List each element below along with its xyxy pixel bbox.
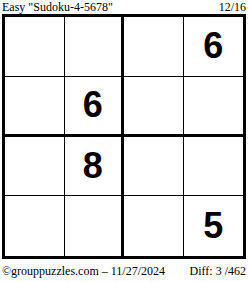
cell-r2c3[interactable] bbox=[124, 77, 184, 137]
copyright-text: ©grouppuzzles.com – 11/27/2024 bbox=[2, 265, 165, 278]
cell-r2c1[interactable] bbox=[5, 77, 65, 137]
difficulty-text: Diff: 3 /462 bbox=[190, 265, 246, 278]
cell-r1c4[interactable]: 6 bbox=[184, 17, 244, 77]
cell-r4c1[interactable] bbox=[5, 196, 65, 256]
header: Easy "Sudoku-4-5678" 12/16 bbox=[0, 0, 248, 14]
cell-r4c2[interactable] bbox=[65, 196, 125, 256]
cell-r3c4[interactable] bbox=[184, 137, 244, 197]
cell-r1c3[interactable] bbox=[124, 17, 184, 77]
cell-r4c3[interactable] bbox=[124, 196, 184, 256]
cell-r3c1[interactable] bbox=[5, 137, 65, 197]
page-number: 12/16 bbox=[219, 1, 246, 13]
cell-r1c2[interactable] bbox=[65, 17, 125, 77]
cell-r4c4[interactable]: 5 bbox=[184, 196, 244, 256]
footer: ©grouppuzzles.com – 11/27/2024 Diff: 3 /… bbox=[0, 265, 248, 282]
cell-r3c2[interactable]: 8 bbox=[65, 137, 125, 197]
cell-r3c3[interactable] bbox=[124, 137, 184, 197]
cell-r1c1[interactable] bbox=[5, 17, 65, 77]
cell-r2c2[interactable]: 6 bbox=[65, 77, 125, 137]
puzzle-title: Easy "Sudoku-4-5678" bbox=[2, 1, 113, 13]
cell-r2c4[interactable] bbox=[184, 77, 244, 137]
sudoku-board: 6 6 8 5 bbox=[2, 14, 246, 259]
